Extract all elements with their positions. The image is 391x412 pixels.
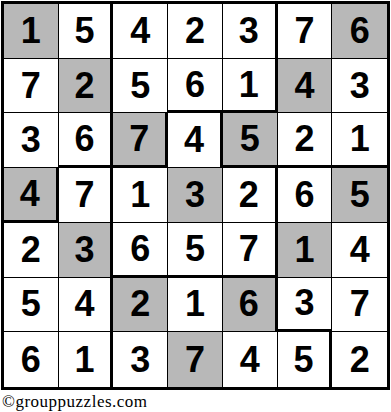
cell-r7c5: 4 bbox=[223, 332, 278, 387]
cell-r6c2: 4 bbox=[59, 278, 114, 333]
cell-r2c4: 6 bbox=[168, 59, 223, 114]
cell-r6c7: 7 bbox=[332, 278, 387, 333]
cell-r5c5: 7 bbox=[223, 223, 278, 278]
cell-r1c3: 4 bbox=[113, 4, 168, 59]
cell-r5c2: 3 bbox=[59, 223, 114, 278]
cell-r7c7: 2 bbox=[332, 332, 387, 387]
cell-r4c6: 6 bbox=[278, 168, 333, 223]
cell-r7c4: 7 bbox=[168, 332, 223, 387]
cell-r6c4: 1 bbox=[168, 278, 223, 333]
cell-r3c7: 1 bbox=[332, 113, 387, 168]
cell-r3c3: 7 bbox=[113, 113, 168, 168]
cell-r5c3: 6 bbox=[113, 223, 168, 278]
cell-r4c1: 4 bbox=[4, 168, 59, 223]
cell-r1c6: 7 bbox=[278, 4, 333, 59]
cell-r6c5: 6 bbox=[223, 278, 278, 333]
cell-r1c1: 1 bbox=[4, 4, 59, 59]
cell-r4c2: 7 bbox=[59, 168, 114, 223]
cell-r5c6: 1 bbox=[278, 223, 333, 278]
cell-r4c5: 2 bbox=[223, 168, 278, 223]
sudoku-v7-board: 1542376725614336745214713265236571454216… bbox=[1, 1, 390, 390]
cell-r7c3: 3 bbox=[113, 332, 168, 387]
cell-r5c4: 5 bbox=[168, 223, 223, 278]
cell-r4c7: 5 bbox=[332, 168, 387, 223]
cell-r5c7: 4 bbox=[332, 223, 387, 278]
cell-r3c6: 2 bbox=[278, 113, 333, 168]
cell-r1c5: 3 bbox=[223, 4, 278, 59]
cell-r2c3: 5 bbox=[113, 59, 168, 114]
cell-r3c4: 4 bbox=[168, 113, 223, 168]
cell-r6c1: 5 bbox=[4, 278, 59, 333]
cell-r1c2: 5 bbox=[59, 4, 114, 59]
cell-r4c3: 1 bbox=[113, 168, 168, 223]
cell-r3c2: 6 bbox=[59, 113, 114, 168]
cell-r4c4: 3 bbox=[168, 168, 223, 223]
cell-r5c1: 2 bbox=[4, 223, 59, 278]
cell-r3c1: 3 bbox=[4, 113, 59, 168]
cell-r2c2: 2 bbox=[59, 59, 114, 114]
cell-r2c1: 7 bbox=[4, 59, 59, 114]
copyright-watermark: ©grouppuzzles.com bbox=[2, 392, 148, 412]
cell-r1c7: 6 bbox=[332, 4, 387, 59]
cell-r2c5: 1 bbox=[223, 59, 278, 114]
cell-r1c4: 2 bbox=[168, 4, 223, 59]
cell-r2c6: 4 bbox=[278, 59, 333, 114]
cell-r3c5: 5 bbox=[223, 113, 278, 168]
cell-r7c6: 5 bbox=[278, 332, 333, 387]
cell-r6c6: 3 bbox=[278, 278, 333, 333]
cell-r2c7: 3 bbox=[332, 59, 387, 114]
cell-r7c1: 6 bbox=[4, 332, 59, 387]
cell-r6c3: 2 bbox=[113, 278, 168, 333]
cell-r7c2: 1 bbox=[59, 332, 114, 387]
